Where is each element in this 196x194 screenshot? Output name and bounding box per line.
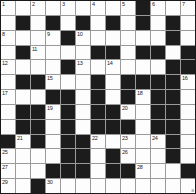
white-cell[interactable] xyxy=(181,149,195,163)
white-cell[interactable] xyxy=(76,120,90,134)
white-cell[interactable]: 18 xyxy=(136,90,150,104)
clue-number: 15 xyxy=(47,75,53,81)
black-cell xyxy=(121,90,135,104)
clue-number: 7 xyxy=(182,1,185,7)
black-cell xyxy=(106,46,120,60)
white-cell[interactable] xyxy=(121,16,135,30)
clue-number: 16 xyxy=(182,75,188,81)
white-cell[interactable] xyxy=(16,179,30,193)
clue-number: 21 xyxy=(17,135,23,141)
white-cell[interactable]: 30 xyxy=(46,179,60,193)
white-cell[interactable] xyxy=(136,105,150,119)
black-cell xyxy=(166,105,180,119)
white-cell[interactable] xyxy=(151,60,165,74)
clue-number: 25 xyxy=(2,149,8,155)
black-cell xyxy=(16,75,30,89)
clue-number: 13 xyxy=(77,60,83,66)
clue-number: 10 xyxy=(77,31,83,37)
black-cell xyxy=(91,90,105,104)
white-cell[interactable] xyxy=(76,46,90,60)
black-cell xyxy=(166,16,180,30)
white-cell[interactable] xyxy=(1,75,15,89)
black-cell xyxy=(106,120,120,134)
white-cell[interactable]: 22 xyxy=(91,135,105,149)
black-cell xyxy=(76,164,90,178)
clue-number: 24 xyxy=(152,135,158,141)
white-cell[interactable] xyxy=(1,120,15,134)
white-cell[interactable] xyxy=(91,60,105,74)
white-cell[interactable] xyxy=(1,16,15,30)
white-cell[interactable] xyxy=(181,16,195,30)
white-cell[interactable] xyxy=(181,105,195,119)
corner-mark: a xyxy=(191,188,194,193)
black-cell xyxy=(106,105,120,119)
white-cell[interactable] xyxy=(181,135,195,149)
white-cell[interactable] xyxy=(136,120,150,134)
white-cell[interactable]: 14 xyxy=(106,60,120,74)
white-cell[interactable]: 1 xyxy=(1,1,15,15)
clue-number: 20 xyxy=(122,105,128,111)
white-cell[interactable] xyxy=(121,60,135,74)
white-cell[interactable] xyxy=(76,90,90,104)
clue-number: 2 xyxy=(32,1,35,7)
black-cell xyxy=(106,16,120,30)
white-cell[interactable]: 24 xyxy=(151,135,165,149)
white-cell[interactable] xyxy=(136,179,150,193)
white-cell[interactable] xyxy=(61,16,75,30)
black-cell xyxy=(166,120,180,134)
white-cell[interactable]: 29 xyxy=(1,179,15,193)
white-cell[interactable]: 12 xyxy=(1,60,15,74)
black-cell xyxy=(76,16,90,30)
black-cell xyxy=(31,105,45,119)
white-cell[interactable] xyxy=(151,179,165,193)
black-cell xyxy=(181,164,195,178)
black-cell xyxy=(91,120,105,134)
black-cell xyxy=(106,164,120,178)
black-cell xyxy=(61,90,75,104)
clue-number: 3 xyxy=(62,1,65,7)
black-cell xyxy=(166,60,180,74)
black-cell xyxy=(76,135,90,149)
black-cell xyxy=(136,75,150,89)
white-cell[interactable] xyxy=(31,31,45,45)
white-cell[interactable] xyxy=(106,31,120,45)
black-cell xyxy=(61,105,75,119)
black-cell xyxy=(151,105,165,119)
black-cell xyxy=(181,46,195,60)
black-cell xyxy=(151,75,165,89)
black-cell xyxy=(166,75,180,89)
white-cell[interactable]: 5 xyxy=(121,1,135,15)
white-cell[interactable] xyxy=(76,179,90,193)
clue-number: 6 xyxy=(152,1,155,7)
black-cell xyxy=(151,90,165,104)
white-cell[interactable] xyxy=(76,75,90,89)
clue-number: 14 xyxy=(107,60,113,66)
white-cell[interactable]: 8 xyxy=(1,31,15,45)
white-cell[interactable]: 20 xyxy=(121,105,135,119)
black-cell xyxy=(166,135,180,149)
white-cell[interactable] xyxy=(1,105,15,119)
black-cell xyxy=(16,105,30,119)
white-cell[interactable] xyxy=(121,31,135,45)
white-cell[interactable]: 3 xyxy=(61,1,75,15)
white-cell[interactable] xyxy=(61,75,75,89)
white-cell[interactable] xyxy=(46,1,60,15)
black-cell xyxy=(31,135,45,149)
clue-number: 22 xyxy=(92,135,98,141)
white-cell[interactable] xyxy=(61,46,75,60)
white-cell[interactable]: 17 xyxy=(1,90,15,104)
white-cell[interactable]: 16 xyxy=(181,75,195,89)
white-cell[interactable]: 28 xyxy=(136,164,150,178)
black-cell xyxy=(91,75,105,89)
white-cell[interactable]: 11 xyxy=(31,46,45,60)
white-cell[interactable] xyxy=(76,105,90,119)
white-cell[interactable] xyxy=(46,60,60,74)
white-cell[interactable] xyxy=(151,16,165,30)
white-cell[interactable] xyxy=(151,164,165,178)
black-cell xyxy=(76,149,90,163)
clue-number: 9 xyxy=(47,31,50,37)
black-cell xyxy=(31,120,45,134)
clue-number: 26 xyxy=(122,149,128,155)
white-cell[interactable] xyxy=(91,16,105,30)
black-cell xyxy=(61,135,75,149)
white-cell[interactable]: 7 xyxy=(181,1,195,15)
black-cell xyxy=(61,149,75,163)
black-cell xyxy=(136,1,150,15)
clue-number: 12 xyxy=(2,60,8,66)
white-cell[interactable] xyxy=(16,31,30,45)
clue-number: 8 xyxy=(2,31,5,37)
black-cell xyxy=(91,46,105,60)
white-cell[interactable] xyxy=(46,135,60,149)
white-cell[interactable] xyxy=(91,149,105,163)
crossword-grid: 1234567891011121314151617181920212223242… xyxy=(0,0,196,194)
black-cell xyxy=(46,164,60,178)
white-cell[interactable] xyxy=(16,149,30,163)
white-cell[interactable] xyxy=(106,75,120,89)
white-cell[interactable] xyxy=(121,179,135,193)
black-cell xyxy=(106,149,120,163)
white-cell[interactable] xyxy=(16,164,30,178)
black-cell xyxy=(61,31,75,45)
clue-number: 5 xyxy=(122,1,125,7)
white-cell[interactable] xyxy=(166,179,180,193)
black-cell xyxy=(121,120,135,134)
white-cell[interactable]: 19 xyxy=(46,105,60,119)
black-cell xyxy=(151,120,165,134)
white-cell[interactable] xyxy=(181,120,195,134)
white-cell[interactable] xyxy=(151,31,165,45)
white-cell[interactable] xyxy=(16,90,30,104)
white-cell[interactable] xyxy=(31,90,45,104)
black-cell xyxy=(121,75,135,89)
white-cell[interactable]: 13 xyxy=(76,60,90,74)
black-cell xyxy=(61,60,75,74)
black-cell xyxy=(31,179,45,193)
white-cell[interactable] xyxy=(31,149,45,163)
white-cell[interactable]: 6 xyxy=(151,1,165,15)
clue-number: 30 xyxy=(47,179,53,185)
white-cell[interactable]: 15 xyxy=(46,75,60,89)
white-cell[interactable] xyxy=(166,164,180,178)
white-cell[interactable] xyxy=(91,164,105,178)
white-cell[interactable]: 21 xyxy=(16,135,30,149)
crossword-board: 1234567891011121314151617181920212223242… xyxy=(0,0,196,194)
white-cell[interactable]: 27 xyxy=(1,164,15,178)
black-cell xyxy=(166,31,180,45)
white-cell[interactable] xyxy=(136,149,150,163)
white-cell[interactable] xyxy=(181,31,195,45)
white-cell[interactable] xyxy=(166,1,180,15)
white-cell[interactable] xyxy=(106,90,120,104)
white-cell[interactable] xyxy=(136,31,150,45)
white-cell[interactable]: 26 xyxy=(121,149,135,163)
white-cell[interactable] xyxy=(46,120,60,134)
white-cell[interactable]: 4 xyxy=(91,1,105,15)
clue-number: 29 xyxy=(2,179,8,185)
black-cell xyxy=(31,75,45,89)
black-cell xyxy=(91,105,105,119)
black-cell xyxy=(61,164,75,178)
white-cell[interactable] xyxy=(16,1,30,15)
white-cell[interactable] xyxy=(106,135,120,149)
black-cell xyxy=(16,16,30,30)
white-cell[interactable]: a xyxy=(181,179,195,193)
clue-number: 28 xyxy=(137,164,143,170)
white-cell[interactable] xyxy=(91,31,105,45)
white-cell[interactable]: 2 xyxy=(31,1,45,15)
black-cell xyxy=(136,46,150,60)
white-cell[interactable] xyxy=(136,60,150,74)
white-cell[interactable] xyxy=(151,149,165,163)
white-cell[interactable] xyxy=(136,135,150,149)
white-cell[interactable] xyxy=(16,60,30,74)
white-cell[interactable] xyxy=(31,164,45,178)
white-cell[interactable] xyxy=(46,149,60,163)
black-cell xyxy=(16,120,30,134)
white-cell[interactable] xyxy=(91,179,105,193)
white-cell[interactable] xyxy=(121,46,135,60)
black-cell xyxy=(166,90,180,104)
white-cell[interactable] xyxy=(106,179,120,193)
white-cell[interactable]: 10 xyxy=(76,31,90,45)
black-cell xyxy=(181,60,195,74)
black-cell xyxy=(151,46,165,60)
clue-number: 11 xyxy=(32,46,37,52)
white-cell[interactable]: 23 xyxy=(121,135,135,149)
white-cell[interactable] xyxy=(31,60,45,74)
clue-number: 19 xyxy=(47,105,53,111)
black-cell xyxy=(16,46,30,60)
black-cell xyxy=(121,164,135,178)
white-cell[interactable] xyxy=(61,179,75,193)
clue-number: 23 xyxy=(122,135,128,141)
black-cell xyxy=(136,16,150,30)
clue-number: 18 xyxy=(137,90,143,96)
black-cell xyxy=(166,149,180,163)
black-cell xyxy=(46,16,60,30)
black-cell xyxy=(46,90,60,104)
clue-number: 4 xyxy=(92,1,95,7)
white-cell[interactable] xyxy=(46,46,60,60)
white-cell[interactable] xyxy=(1,46,15,60)
black-cell xyxy=(61,120,75,134)
white-cell[interactable] xyxy=(181,90,195,104)
white-cell[interactable] xyxy=(106,1,120,15)
white-cell[interactable]: 9 xyxy=(46,31,60,45)
white-cell[interactable] xyxy=(76,1,90,15)
clue-number: 27 xyxy=(2,164,8,170)
clue-number: 17 xyxy=(2,90,8,96)
white-cell[interactable] xyxy=(166,46,180,60)
black-cell xyxy=(1,135,15,149)
white-cell[interactable] xyxy=(31,16,45,30)
white-cell[interactable]: 25 xyxy=(1,149,15,163)
clue-number: 1 xyxy=(2,1,5,7)
